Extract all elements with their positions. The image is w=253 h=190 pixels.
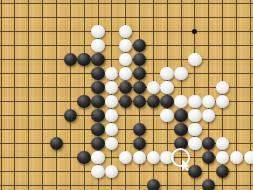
board-intersection[interactable] bbox=[0, 66, 8, 80]
board-intersection[interactable] bbox=[119, 38, 133, 52]
board-intersection[interactable] bbox=[160, 108, 174, 122]
board-intersection[interactable] bbox=[0, 108, 8, 122]
board-intersection[interactable] bbox=[188, 164, 202, 178]
white-stone bbox=[188, 53, 201, 66]
white-stone bbox=[188, 137, 201, 150]
board-intersection[interactable] bbox=[63, 38, 77, 52]
board-intersection[interactable] bbox=[22, 94, 36, 108]
black-stone bbox=[202, 179, 215, 190]
board-intersection[interactable] bbox=[77, 108, 91, 122]
white-stone bbox=[188, 109, 201, 122]
board-intersection[interactable] bbox=[8, 136, 22, 150]
board-intersection[interactable] bbox=[160, 52, 174, 66]
board-intersection[interactable] bbox=[49, 66, 63, 80]
board-intersection[interactable] bbox=[0, 38, 8, 52]
board-intersection[interactable] bbox=[174, 10, 188, 24]
board-intersection[interactable] bbox=[188, 136, 202, 150]
board-intersection[interactable] bbox=[22, 66, 36, 80]
board-intersection[interactable] bbox=[160, 178, 174, 190]
board-intersection[interactable] bbox=[146, 10, 160, 24]
board-intersection[interactable] bbox=[8, 10, 22, 24]
board-intersection[interactable] bbox=[188, 24, 202, 38]
board-intersection[interactable] bbox=[8, 24, 22, 38]
board-intersection[interactable] bbox=[22, 38, 36, 52]
board-intersection[interactable] bbox=[49, 150, 63, 164]
board-intersection[interactable] bbox=[188, 10, 202, 24]
board-intersection[interactable] bbox=[119, 178, 133, 190]
board-intersection[interactable] bbox=[174, 94, 188, 108]
board-intersection[interactable] bbox=[105, 122, 119, 136]
board-intersection[interactable] bbox=[202, 66, 216, 80]
board-intersection[interactable] bbox=[105, 0, 119, 10]
board-intersection[interactable] bbox=[63, 24, 77, 38]
board-intersection[interactable] bbox=[133, 178, 147, 190]
board-intersection[interactable] bbox=[133, 0, 147, 10]
board-intersection[interactable] bbox=[0, 178, 8, 190]
board-intersection[interactable] bbox=[188, 38, 202, 52]
white-stone bbox=[105, 109, 118, 122]
board-intersection[interactable] bbox=[49, 122, 63, 136]
board-intersection[interactable] bbox=[36, 178, 50, 190]
board-intersection[interactable] bbox=[8, 94, 22, 108]
board-intersection[interactable] bbox=[8, 150, 22, 164]
board-intersection[interactable] bbox=[63, 0, 77, 10]
board-intersection[interactable] bbox=[188, 66, 202, 80]
board-intersection[interactable] bbox=[202, 94, 216, 108]
board-intersection[interactable] bbox=[63, 80, 77, 94]
board-intersection[interactable] bbox=[22, 136, 36, 150]
board-intersection[interactable] bbox=[22, 164, 36, 178]
board-intersection[interactable] bbox=[77, 52, 91, 66]
board-intersection[interactable] bbox=[243, 94, 253, 108]
board-intersection[interactable] bbox=[22, 24, 36, 38]
board-intersection[interactable] bbox=[0, 10, 8, 24]
board-intersection[interactable] bbox=[91, 136, 105, 150]
board-intersection[interactable] bbox=[133, 150, 147, 164]
board-intersection[interactable] bbox=[188, 178, 202, 190]
board-intersection[interactable] bbox=[91, 108, 105, 122]
board-intersection[interactable] bbox=[36, 94, 50, 108]
board-intersection[interactable] bbox=[36, 108, 50, 122]
board-intersection[interactable] bbox=[63, 66, 77, 80]
board-intersection[interactable] bbox=[63, 178, 77, 190]
board-intersection[interactable] bbox=[77, 122, 91, 136]
board-intersection[interactable] bbox=[105, 164, 119, 178]
board-intersection[interactable] bbox=[119, 0, 133, 10]
board-intersection[interactable] bbox=[133, 24, 147, 38]
black-stone bbox=[64, 109, 77, 122]
board-intersection[interactable] bbox=[49, 24, 63, 38]
board-intersection[interactable] bbox=[202, 164, 216, 178]
board-intersection[interactable] bbox=[63, 164, 77, 178]
board-intersection[interactable] bbox=[119, 52, 133, 66]
board-intersection[interactable] bbox=[119, 164, 133, 178]
board-intersection[interactable] bbox=[243, 108, 253, 122]
black-stone bbox=[91, 137, 104, 150]
board-intersection[interactable] bbox=[216, 136, 230, 150]
board-intersection[interactable] bbox=[202, 24, 216, 38]
board-intersection[interactable] bbox=[91, 80, 105, 94]
board-intersection[interactable] bbox=[202, 136, 216, 150]
board-intersection[interactable] bbox=[174, 178, 188, 190]
board-intersection[interactable] bbox=[133, 80, 147, 94]
board-intersection[interactable] bbox=[91, 122, 105, 136]
black-stone bbox=[50, 137, 63, 150]
board-intersection[interactable] bbox=[174, 80, 188, 94]
board-intersection[interactable] bbox=[202, 150, 216, 164]
board-intersection[interactable] bbox=[63, 150, 77, 164]
board-intersection[interactable] bbox=[243, 136, 253, 150]
board-intersection[interactable] bbox=[0, 136, 8, 150]
board-intersection[interactable] bbox=[119, 24, 133, 38]
black-stone bbox=[147, 95, 160, 108]
board-intersection[interactable] bbox=[243, 10, 253, 24]
board-intersection[interactable] bbox=[146, 52, 160, 66]
board-intersection[interactable] bbox=[243, 80, 253, 94]
board-intersection[interactable] bbox=[133, 164, 147, 178]
board-intersection[interactable] bbox=[229, 136, 243, 150]
board-intersection[interactable] bbox=[243, 178, 253, 190]
board-intersection[interactable] bbox=[36, 164, 50, 178]
board-intersection[interactable] bbox=[174, 0, 188, 10]
board-intersection[interactable] bbox=[22, 10, 36, 24]
board-intersection[interactable] bbox=[146, 66, 160, 80]
board-intersection[interactable] bbox=[119, 122, 133, 136]
board-intersection[interactable] bbox=[216, 108, 230, 122]
board-intersection[interactable] bbox=[119, 150, 133, 164]
board-intersection[interactable] bbox=[202, 10, 216, 24]
stone-grid bbox=[0, 0, 253, 190]
board-intersection[interactable] bbox=[188, 0, 202, 10]
board-intersection[interactable] bbox=[105, 52, 119, 66]
board-intersection[interactable] bbox=[174, 108, 188, 122]
white-stone bbox=[91, 165, 104, 178]
board-intersection[interactable] bbox=[160, 24, 174, 38]
board-intersection[interactable] bbox=[36, 24, 50, 38]
board-intersection[interactable] bbox=[91, 150, 105, 164]
board-intersection[interactable] bbox=[105, 10, 119, 24]
black-stone bbox=[91, 81, 104, 94]
board-intersection[interactable] bbox=[202, 38, 216, 52]
board-intersection[interactable] bbox=[49, 80, 63, 94]
board-intersection[interactable] bbox=[243, 24, 253, 38]
board-intersection[interactable] bbox=[188, 80, 202, 94]
board-intersection[interactable] bbox=[243, 150, 253, 164]
board-intersection[interactable] bbox=[91, 38, 105, 52]
board-intersection[interactable] bbox=[174, 52, 188, 66]
board-intersection[interactable] bbox=[63, 108, 77, 122]
black-stone bbox=[64, 53, 77, 66]
black-stone bbox=[119, 95, 132, 108]
board-intersection[interactable] bbox=[229, 66, 243, 80]
white-stone bbox=[105, 81, 118, 94]
board-intersection[interactable] bbox=[91, 0, 105, 10]
board-intersection[interactable] bbox=[133, 52, 147, 66]
board-intersection[interactable] bbox=[202, 0, 216, 10]
board-intersection[interactable] bbox=[77, 10, 91, 24]
board-intersection[interactable] bbox=[36, 0, 50, 10]
board-intersection[interactable] bbox=[105, 24, 119, 38]
board-intersection[interactable] bbox=[188, 108, 202, 122]
white-stone bbox=[188, 123, 201, 136]
board-intersection[interactable] bbox=[229, 80, 243, 94]
board-intersection[interactable] bbox=[8, 178, 22, 190]
board-intersection[interactable] bbox=[146, 150, 160, 164]
board-intersection[interactable] bbox=[77, 80, 91, 94]
board-intersection[interactable] bbox=[202, 178, 216, 190]
board-intersection[interactable] bbox=[63, 10, 77, 24]
black-stone bbox=[133, 137, 146, 150]
board-intersection[interactable] bbox=[77, 38, 91, 52]
board-intersection[interactable] bbox=[77, 24, 91, 38]
board-intersection[interactable] bbox=[243, 52, 253, 66]
board-intersection[interactable] bbox=[202, 80, 216, 94]
board-intersection[interactable] bbox=[216, 38, 230, 52]
board-intersection[interactable] bbox=[119, 108, 133, 122]
board-intersection[interactable] bbox=[243, 38, 253, 52]
board-intersection[interactable] bbox=[216, 94, 230, 108]
board-intersection[interactable] bbox=[63, 136, 77, 150]
board-intersection[interactable] bbox=[216, 52, 230, 66]
board-intersection[interactable] bbox=[49, 108, 63, 122]
board-intersection[interactable] bbox=[146, 80, 160, 94]
board-intersection[interactable] bbox=[119, 136, 133, 150]
board-intersection[interactable] bbox=[36, 136, 50, 150]
go-board[interactable] bbox=[0, 0, 253, 190]
board-intersection[interactable] bbox=[63, 94, 77, 108]
board-intersection[interactable] bbox=[216, 0, 230, 10]
board-intersection[interactable] bbox=[216, 66, 230, 80]
board-intersection[interactable] bbox=[119, 94, 133, 108]
black-stone bbox=[77, 151, 90, 164]
board-intersection[interactable] bbox=[229, 0, 243, 10]
board-intersection[interactable] bbox=[63, 122, 77, 136]
board-intersection[interactable] bbox=[0, 150, 8, 164]
board-intersection[interactable] bbox=[229, 10, 243, 24]
board-intersection[interactable] bbox=[146, 136, 160, 150]
board-intersection[interactable] bbox=[216, 10, 230, 24]
board-intersection[interactable] bbox=[133, 10, 147, 24]
board-intersection[interactable] bbox=[229, 108, 243, 122]
white-stone bbox=[174, 67, 187, 80]
board-intersection[interactable] bbox=[133, 94, 147, 108]
black-stone bbox=[188, 165, 201, 178]
board-intersection[interactable] bbox=[202, 122, 216, 136]
board-intersection[interactable] bbox=[160, 136, 174, 150]
board-intersection[interactable] bbox=[229, 122, 243, 136]
board-intersection[interactable] bbox=[8, 66, 22, 80]
board-intersection[interactable] bbox=[0, 52, 8, 66]
board-intersection[interactable] bbox=[243, 0, 253, 10]
board-intersection[interactable] bbox=[243, 122, 253, 136]
board-intersection[interactable] bbox=[49, 94, 63, 108]
board-intersection[interactable] bbox=[105, 66, 119, 80]
board-intersection[interactable] bbox=[202, 52, 216, 66]
board-intersection[interactable] bbox=[229, 52, 243, 66]
white-stone bbox=[119, 151, 132, 164]
board-intersection[interactable] bbox=[0, 164, 8, 178]
white-stone bbox=[202, 95, 215, 108]
board-intersection[interactable] bbox=[160, 122, 174, 136]
board-intersection[interactable] bbox=[229, 38, 243, 52]
white-stone bbox=[202, 109, 215, 122]
board-intersection[interactable] bbox=[36, 52, 50, 66]
board-intersection[interactable] bbox=[22, 150, 36, 164]
board-intersection[interactable] bbox=[8, 122, 22, 136]
board-intersection[interactable] bbox=[91, 52, 105, 66]
board-intersection[interactable] bbox=[22, 108, 36, 122]
board-intersection[interactable] bbox=[49, 0, 63, 10]
black-stone bbox=[133, 81, 146, 94]
board-intersection[interactable] bbox=[105, 136, 119, 150]
board-intersection[interactable] bbox=[36, 38, 50, 52]
board-intersection[interactable] bbox=[133, 108, 147, 122]
board-intersection[interactable] bbox=[160, 94, 174, 108]
board-intersection[interactable] bbox=[160, 38, 174, 52]
board-intersection[interactable] bbox=[49, 136, 63, 150]
white-stone bbox=[133, 151, 146, 164]
board-intersection[interactable] bbox=[105, 108, 119, 122]
board-intersection[interactable] bbox=[36, 150, 50, 164]
white-stone bbox=[91, 151, 104, 164]
board-intersection[interactable] bbox=[22, 122, 36, 136]
board-intersection[interactable] bbox=[91, 66, 105, 80]
board-intersection[interactable] bbox=[49, 38, 63, 52]
board-intersection[interactable] bbox=[105, 38, 119, 52]
board-intersection[interactable] bbox=[243, 66, 253, 80]
board-intersection[interactable] bbox=[229, 178, 243, 190]
board-intersection[interactable] bbox=[229, 24, 243, 38]
black-stone bbox=[91, 95, 104, 108]
board-intersection[interactable] bbox=[216, 122, 230, 136]
board-intersection[interactable] bbox=[77, 0, 91, 10]
board-intersection[interactable] bbox=[146, 94, 160, 108]
board-intersection[interactable] bbox=[8, 38, 22, 52]
board-intersection[interactable] bbox=[8, 0, 22, 10]
board-intersection[interactable] bbox=[77, 94, 91, 108]
board-intersection[interactable] bbox=[146, 178, 160, 190]
board-intersection[interactable] bbox=[8, 108, 22, 122]
board-intersection[interactable] bbox=[229, 150, 243, 164]
board-intersection[interactable] bbox=[22, 0, 36, 10]
board-intersection[interactable] bbox=[160, 80, 174, 94]
board-intersection[interactable] bbox=[22, 178, 36, 190]
black-stone bbox=[174, 123, 187, 136]
black-stone bbox=[133, 67, 146, 80]
white-stone bbox=[119, 39, 132, 52]
white-stone bbox=[160, 109, 173, 122]
board-intersection[interactable] bbox=[8, 164, 22, 178]
board-intersection[interactable] bbox=[105, 178, 119, 190]
board-intersection[interactable] bbox=[133, 122, 147, 136]
board-intersection[interactable] bbox=[0, 94, 8, 108]
board-intersection[interactable] bbox=[119, 80, 133, 94]
black-stone bbox=[77, 53, 90, 66]
board-intersection[interactable] bbox=[77, 66, 91, 80]
board-intersection[interactable] bbox=[22, 80, 36, 94]
board-intersection[interactable] bbox=[91, 94, 105, 108]
board-intersection[interactable] bbox=[91, 10, 105, 24]
board-intersection[interactable] bbox=[133, 66, 147, 80]
board-intersection[interactable] bbox=[160, 0, 174, 10]
board-intersection[interactable] bbox=[146, 0, 160, 10]
board-intersection[interactable] bbox=[188, 52, 202, 66]
board-intersection[interactable] bbox=[146, 122, 160, 136]
board-intersection[interactable] bbox=[119, 66, 133, 80]
go-app-screen bbox=[0, 0, 253, 190]
board-intersection[interactable] bbox=[174, 66, 188, 80]
board-intersection[interactable] bbox=[36, 66, 50, 80]
board-intersection[interactable] bbox=[188, 94, 202, 108]
board-intersection[interactable] bbox=[229, 164, 243, 178]
board-intersection[interactable] bbox=[0, 122, 8, 136]
board-intersection[interactable] bbox=[105, 80, 119, 94]
board-intersection[interactable] bbox=[77, 136, 91, 150]
board-intersection[interactable] bbox=[216, 80, 230, 94]
board-intersection[interactable] bbox=[133, 136, 147, 150]
board-intersection[interactable] bbox=[174, 122, 188, 136]
white-stone bbox=[105, 123, 118, 136]
board-intersection[interactable] bbox=[160, 10, 174, 24]
board-intersection[interactable] bbox=[188, 122, 202, 136]
board-intersection[interactable] bbox=[105, 94, 119, 108]
board-intersection[interactable] bbox=[174, 24, 188, 38]
board-intersection[interactable] bbox=[146, 38, 160, 52]
board-intersection[interactable] bbox=[8, 52, 22, 66]
board-intersection[interactable] bbox=[49, 164, 63, 178]
board-intersection[interactable] bbox=[119, 10, 133, 24]
board-intersection[interactable] bbox=[22, 52, 36, 66]
board-intersection[interactable] bbox=[0, 0, 8, 10]
board-intersection[interactable] bbox=[49, 178, 63, 190]
board-intersection[interactable] bbox=[77, 150, 91, 164]
board-intersection[interactable] bbox=[91, 24, 105, 38]
board-intersection[interactable] bbox=[49, 10, 63, 24]
board-intersection[interactable] bbox=[146, 164, 160, 178]
board-intersection[interactable] bbox=[160, 66, 174, 80]
board-intersection[interactable] bbox=[91, 164, 105, 178]
board-intersection[interactable] bbox=[216, 24, 230, 38]
white-stone bbox=[230, 151, 243, 164]
board-intersection[interactable] bbox=[49, 52, 63, 66]
board-intersection[interactable] bbox=[105, 150, 119, 164]
black-stone bbox=[119, 81, 132, 94]
board-intersection[interactable] bbox=[8, 80, 22, 94]
board-intersection[interactable] bbox=[77, 178, 91, 190]
board-intersection[interactable] bbox=[243, 164, 253, 178]
board-intersection[interactable] bbox=[216, 178, 230, 190]
board-intersection[interactable] bbox=[0, 24, 8, 38]
board-intersection[interactable] bbox=[229, 94, 243, 108]
board-intersection[interactable] bbox=[160, 164, 174, 178]
board-intersection[interactable] bbox=[36, 122, 50, 136]
board-intersection[interactable] bbox=[77, 164, 91, 178]
white-stone bbox=[147, 81, 160, 94]
board-intersection[interactable] bbox=[216, 164, 230, 178]
board-intersection[interactable] bbox=[174, 38, 188, 52]
board-intersection[interactable] bbox=[202, 108, 216, 122]
board-intersection[interactable] bbox=[91, 178, 105, 190]
board-intersection[interactable] bbox=[216, 150, 230, 164]
black-stone bbox=[91, 53, 104, 66]
board-intersection[interactable] bbox=[36, 80, 50, 94]
board-intersection[interactable] bbox=[0, 80, 8, 94]
board-intersection[interactable] bbox=[146, 108, 160, 122]
board-intersection[interactable] bbox=[133, 38, 147, 52]
board-intersection[interactable] bbox=[36, 10, 50, 24]
board-intersection[interactable] bbox=[63, 52, 77, 66]
board-intersection[interactable] bbox=[146, 24, 160, 38]
